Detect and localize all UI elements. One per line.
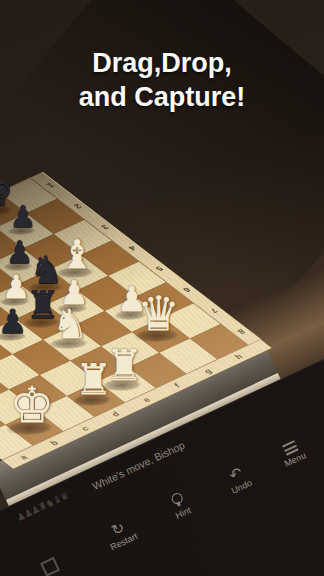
- rank-label-6: 6: [178, 285, 196, 296]
- rank-label-2: 2: [69, 201, 87, 212]
- hint-icon: [169, 491, 184, 506]
- white-king-b8[interactable]: ♚: [10, 380, 55, 430]
- black-pawn-d5[interactable]: ♟: [0, 305, 27, 338]
- rank-label-1: 1: [42, 180, 60, 191]
- undo-button[interactable]: ↶Undo: [208, 455, 268, 502]
- title-line1: Drag,Drop,: [0, 46, 324, 80]
- board-icon[interactable]: [40, 557, 60, 576]
- rank-label-3: 3: [96, 222, 114, 233]
- menu-button[interactable]: Menu: [262, 430, 322, 476]
- white-bishop-g4[interactable]: ♝: [59, 235, 95, 275]
- rank-label-7: 7: [205, 305, 223, 316]
- white-rook-d8[interactable]: ♜: [75, 359, 113, 401]
- rank-label-5: 5: [151, 264, 169, 275]
- restart-button[interactable]: ↻Restart: [90, 510, 150, 557]
- title-line2: and Capture!: [0, 80, 324, 114]
- black-pawn-g2[interactable]: ♟: [10, 202, 37, 232]
- rank-label-4: 4: [123, 243, 141, 254]
- rank-label-8: 8: [232, 326, 250, 337]
- app-screen: Drag,Drop, and Capture! abcdefgh 1234567…: [0, 0, 324, 576]
- white-knight-e6[interactable]: ♞: [52, 304, 88, 345]
- page-title: Drag,Drop, and Capture!: [0, 46, 324, 114]
- hint-label: Hint: [174, 505, 193, 521]
- white-queen-g7[interactable]: ♛: [137, 290, 180, 338]
- hint-button[interactable]: Hint: [150, 482, 210, 528]
